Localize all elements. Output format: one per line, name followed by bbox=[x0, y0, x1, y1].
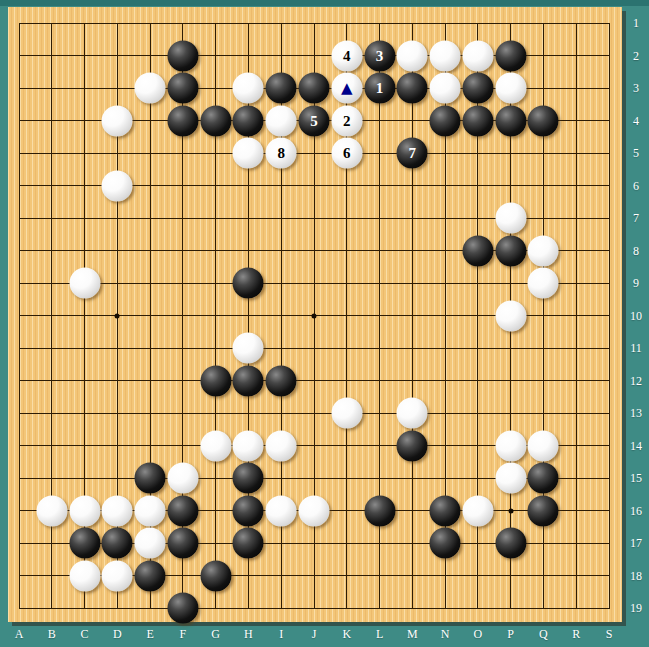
column-label-B: B bbox=[48, 627, 56, 642]
stone-white-K5: 6 bbox=[331, 138, 362, 169]
move-number-label: 1 bbox=[376, 81, 384, 96]
stone-white-K2: 4 bbox=[331, 40, 362, 71]
stone-white-E17 bbox=[135, 528, 166, 559]
stone-white-Q8 bbox=[528, 235, 559, 266]
stone-white-K13 bbox=[331, 398, 362, 429]
stone-white-C9 bbox=[69, 268, 100, 299]
stone-black-G18 bbox=[200, 560, 231, 591]
column-label-E: E bbox=[146, 627, 153, 642]
stone-black-H12 bbox=[233, 365, 264, 396]
move-number-label: 3 bbox=[376, 48, 384, 63]
grid-line-vertical bbox=[412, 23, 413, 609]
grid-line-horizontal bbox=[19, 283, 610, 284]
column-label-N: N bbox=[441, 627, 450, 642]
stone-white-P10 bbox=[495, 300, 526, 331]
column-label-S: S bbox=[606, 627, 613, 642]
row-label-6: 6 bbox=[633, 178, 639, 193]
stone-white-M2 bbox=[397, 40, 428, 71]
stone-white-C16 bbox=[69, 495, 100, 526]
column-label-D: D bbox=[113, 627, 122, 642]
stone-white-K4: 2 bbox=[331, 105, 362, 136]
stone-black-J4: 5 bbox=[299, 105, 330, 136]
grid-line-horizontal bbox=[19, 380, 610, 381]
move-number-label: 2 bbox=[343, 113, 351, 128]
stone-white-I14 bbox=[266, 430, 297, 461]
stone-black-H9 bbox=[233, 268, 264, 299]
stone-black-P2 bbox=[495, 40, 526, 71]
row-label-12: 12 bbox=[630, 373, 642, 388]
grid-line-horizontal bbox=[19, 413, 610, 414]
stone-white-Q14 bbox=[528, 430, 559, 461]
row-label-3: 3 bbox=[633, 81, 639, 96]
grid-line-vertical bbox=[609, 23, 610, 609]
column-label-R: R bbox=[572, 627, 580, 642]
stone-black-O8 bbox=[462, 235, 493, 266]
top-strip bbox=[0, 0, 649, 6]
column-label-Q: Q bbox=[539, 627, 548, 642]
stone-white-O2 bbox=[462, 40, 493, 71]
move-number-label: 4 bbox=[343, 48, 351, 63]
stone-white-J16 bbox=[299, 495, 330, 526]
stone-black-L2: 3 bbox=[364, 40, 395, 71]
column-label-J: J bbox=[312, 627, 317, 642]
stone-black-G12 bbox=[200, 365, 231, 396]
row-label-13: 13 bbox=[630, 406, 642, 421]
grid-line-horizontal bbox=[19, 608, 610, 609]
stone-black-H4 bbox=[233, 105, 264, 136]
row-label-16: 16 bbox=[630, 503, 642, 518]
stone-white-P15 bbox=[495, 463, 526, 494]
stone-black-E18 bbox=[135, 560, 166, 591]
stone-black-C17 bbox=[69, 528, 100, 559]
stone-white-H3 bbox=[233, 73, 264, 104]
go-diagram: 43▲152867 ABCDEFGHIJKLMNOPQRS 1234567891… bbox=[0, 0, 649, 647]
column-label-O: O bbox=[474, 627, 483, 642]
stone-black-P4 bbox=[495, 105, 526, 136]
triangle-marker-icon: ▲ bbox=[341, 81, 353, 96]
stone-black-Q16 bbox=[528, 495, 559, 526]
stone-white-Q9 bbox=[528, 268, 559, 299]
stone-black-N16 bbox=[430, 495, 461, 526]
stone-white-I16 bbox=[266, 495, 297, 526]
stone-black-H17 bbox=[233, 528, 264, 559]
star-point-P16 bbox=[508, 508, 513, 513]
stone-black-P8 bbox=[495, 235, 526, 266]
stone-white-E16 bbox=[135, 495, 166, 526]
column-label-A: A bbox=[15, 627, 24, 642]
column-label-K: K bbox=[342, 627, 351, 642]
stone-white-D6 bbox=[102, 170, 133, 201]
stone-black-O4 bbox=[462, 105, 493, 136]
column-label-M: M bbox=[407, 627, 418, 642]
stone-black-E15 bbox=[135, 463, 166, 494]
stone-white-G14 bbox=[200, 430, 231, 461]
stone-black-L16 bbox=[364, 495, 395, 526]
stone-black-F3 bbox=[167, 73, 198, 104]
row-label-5: 5 bbox=[633, 146, 639, 161]
row-label-8: 8 bbox=[633, 243, 639, 258]
stone-black-N17 bbox=[430, 528, 461, 559]
stone-black-H16 bbox=[233, 495, 264, 526]
stone-white-D4 bbox=[102, 105, 133, 136]
column-label-G: G bbox=[211, 627, 220, 642]
stone-black-M14 bbox=[397, 430, 428, 461]
row-label-2: 2 bbox=[633, 48, 639, 63]
column-label-C: C bbox=[81, 627, 89, 642]
stone-black-H15 bbox=[233, 463, 264, 494]
stone-black-F2 bbox=[167, 40, 198, 71]
row-label-18: 18 bbox=[630, 568, 642, 583]
row-label-11: 11 bbox=[630, 341, 642, 356]
grid-line-horizontal bbox=[19, 348, 610, 349]
stone-white-H14 bbox=[233, 430, 264, 461]
move-number-label: 5 bbox=[310, 113, 318, 128]
row-label-17: 17 bbox=[630, 536, 642, 551]
stone-white-H11 bbox=[233, 333, 264, 364]
move-number-label: 6 bbox=[343, 146, 351, 161]
column-label-F: F bbox=[180, 627, 187, 642]
stone-white-N3 bbox=[430, 73, 461, 104]
stone-black-Q4 bbox=[528, 105, 559, 136]
grid-line-horizontal bbox=[19, 23, 610, 24]
row-label-15: 15 bbox=[630, 471, 642, 486]
stone-white-O16 bbox=[462, 495, 493, 526]
move-number-label: 8 bbox=[277, 146, 285, 161]
row-label-1: 1 bbox=[633, 16, 639, 31]
stone-black-J3 bbox=[299, 73, 330, 104]
stone-black-I3 bbox=[266, 73, 297, 104]
stone-white-P3 bbox=[495, 73, 526, 104]
stone-black-L3: 1 bbox=[364, 73, 395, 104]
row-label-14: 14 bbox=[630, 438, 642, 453]
stone-black-D17 bbox=[102, 528, 133, 559]
stone-white-E3 bbox=[135, 73, 166, 104]
stone-black-Q15 bbox=[528, 463, 559, 494]
column-label-I: I bbox=[279, 627, 283, 642]
stone-black-G4 bbox=[200, 105, 231, 136]
star-point-J10 bbox=[312, 313, 317, 318]
stone-white-C18 bbox=[69, 560, 100, 591]
stone-black-M5: 7 bbox=[397, 138, 428, 169]
column-label-P: P bbox=[507, 627, 514, 642]
stone-black-M3 bbox=[397, 73, 428, 104]
row-label-9: 9 bbox=[633, 276, 639, 291]
stone-white-B16 bbox=[36, 495, 67, 526]
stone-white-N2 bbox=[430, 40, 461, 71]
stone-white-M13 bbox=[397, 398, 428, 429]
stone-black-P17 bbox=[495, 528, 526, 559]
stone-white-D18 bbox=[102, 560, 133, 591]
star-point-D10 bbox=[115, 313, 120, 318]
stone-black-I12 bbox=[266, 365, 297, 396]
stone-white-H5 bbox=[233, 138, 264, 169]
stone-black-N4 bbox=[430, 105, 461, 136]
stone-white-P7 bbox=[495, 203, 526, 234]
stone-white-I5: 8 bbox=[266, 138, 297, 169]
stone-white-P14 bbox=[495, 430, 526, 461]
stone-white-K3: ▲ bbox=[331, 73, 362, 104]
grid-line-vertical bbox=[19, 23, 20, 609]
stone-white-I4 bbox=[266, 105, 297, 136]
stone-black-F17 bbox=[167, 528, 198, 559]
column-label-L: L bbox=[376, 627, 383, 642]
move-number-label: 7 bbox=[409, 146, 417, 161]
grid-line-vertical bbox=[576, 23, 577, 609]
row-label-19: 19 bbox=[630, 601, 642, 616]
stone-black-F4 bbox=[167, 105, 198, 136]
grid-line-horizontal bbox=[19, 153, 610, 154]
stone-black-O3 bbox=[462, 73, 493, 104]
column-label-H: H bbox=[244, 627, 253, 642]
stone-black-F19 bbox=[167, 593, 198, 624]
stone-white-F15 bbox=[167, 463, 198, 494]
stone-black-F16 bbox=[167, 495, 198, 526]
row-label-7: 7 bbox=[633, 211, 639, 226]
row-label-4: 4 bbox=[633, 113, 639, 128]
row-label-10: 10 bbox=[630, 308, 642, 323]
stone-white-D16 bbox=[102, 495, 133, 526]
